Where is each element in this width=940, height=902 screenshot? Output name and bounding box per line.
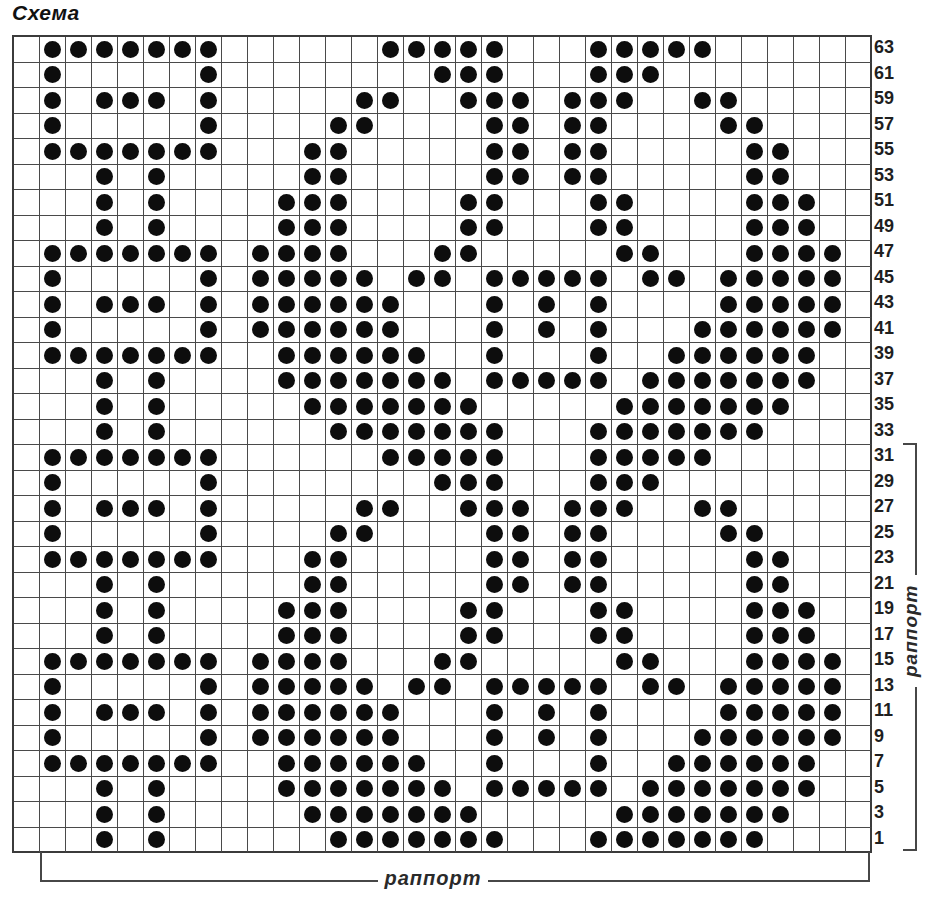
grid-cell [794, 292, 820, 318]
grid-cell [170, 165, 196, 191]
grid-cell [612, 241, 638, 267]
grid-cell [170, 471, 196, 497]
grid-cell [248, 37, 274, 63]
stitch-dot [382, 704, 399, 721]
stitch-dot [642, 245, 659, 262]
grid-cell [300, 241, 326, 267]
stitch-dot [70, 347, 87, 364]
grid-cell [274, 471, 300, 497]
stitch-dot [70, 755, 87, 772]
grid-cell [144, 267, 170, 293]
stitch-dot [304, 347, 321, 364]
grid-cell [716, 318, 742, 344]
grid-cell [300, 88, 326, 114]
grid-cell [768, 267, 794, 293]
stitch-dot [278, 372, 295, 389]
stitch-dot [486, 576, 503, 593]
grid-cell [508, 114, 534, 140]
grid-cell [170, 726, 196, 752]
stitch-dot [122, 296, 139, 313]
stitch-dot [564, 576, 581, 593]
stitch-dot [798, 321, 815, 338]
stitch-dot [746, 117, 763, 134]
grid-cell [794, 88, 820, 114]
grid-cell [378, 547, 404, 573]
grid-cell [144, 700, 170, 726]
grid-cell [690, 445, 716, 471]
stitch-dot [434, 780, 451, 797]
row-number-label: 51 [874, 188, 914, 214]
stitch-dot [486, 270, 503, 287]
stitch-dot [408, 780, 425, 797]
stitch-dot [200, 755, 217, 772]
grid-cell [118, 777, 144, 803]
grid-cell [404, 624, 430, 650]
stitch-dot [330, 780, 347, 797]
grid-cell [534, 292, 560, 318]
grid-cell [456, 573, 482, 599]
stitch-dot [486, 321, 503, 338]
stitch-dot [434, 41, 451, 58]
grid-cell [274, 216, 300, 242]
stitch-dot [616, 219, 633, 236]
stitch-dot [824, 678, 841, 695]
stitch-dot [278, 321, 295, 338]
grid-cell [534, 241, 560, 267]
stitch-dot [720, 92, 737, 109]
grid-cell [404, 343, 430, 369]
knitting-chart-page: Схема 6361595755535149474543413937353331… [0, 0, 940, 902]
grid-cell [326, 369, 352, 395]
grid-cell [716, 165, 742, 191]
stitch-dot [70, 551, 87, 568]
grid-cell [794, 139, 820, 165]
grid-cell [664, 216, 690, 242]
stitch-dot [772, 245, 789, 262]
grid-cell [768, 598, 794, 624]
stitch-dot [590, 41, 607, 58]
stitch-dot [746, 270, 763, 287]
grid-cell [326, 420, 352, 446]
grid-cell [638, 496, 664, 522]
grid-cell [170, 547, 196, 573]
grid-cell [170, 675, 196, 701]
grid-cell [846, 165, 872, 191]
grid-cell [66, 216, 92, 242]
grid-cell [690, 369, 716, 395]
grid-cell [430, 318, 456, 344]
grid-cell [196, 700, 222, 726]
grid-cell [274, 343, 300, 369]
grid-cell [66, 343, 92, 369]
grid-cell [794, 624, 820, 650]
stitch-dot [330, 117, 347, 134]
grid-cell [742, 139, 768, 165]
grid-cell [170, 139, 196, 165]
stitch-dot [486, 347, 503, 364]
grid-cell [664, 777, 690, 803]
grid-cell [508, 802, 534, 828]
stitch-dot [720, 729, 737, 746]
grid-cell [846, 496, 872, 522]
stitch-dot [694, 729, 711, 746]
grid-cell [846, 241, 872, 267]
grid-cell [664, 675, 690, 701]
grid-cell [92, 37, 118, 63]
stitch-dot [694, 831, 711, 848]
grid-cell [144, 216, 170, 242]
stitch-dot [616, 66, 633, 83]
stitch-dot [720, 500, 737, 517]
grid-cell [560, 598, 586, 624]
grid-cell [40, 726, 66, 752]
stitch-dot [122, 449, 139, 466]
grid-cell [378, 445, 404, 471]
grid-cell [300, 471, 326, 497]
grid-cell [404, 114, 430, 140]
grid-cell [482, 63, 508, 89]
grid-cell [716, 343, 742, 369]
grid-cell [300, 267, 326, 293]
grid-cell [14, 675, 40, 701]
grid-cell [586, 598, 612, 624]
grid-cell [66, 165, 92, 191]
grid-cell [248, 522, 274, 548]
grid-cell [612, 369, 638, 395]
grid-cell [300, 726, 326, 752]
stitch-dot [382, 398, 399, 415]
grid-cell [456, 471, 482, 497]
grid-cell [742, 241, 768, 267]
stitch-dot [486, 449, 503, 466]
stitch-dot [460, 806, 477, 823]
grid-cell [378, 802, 404, 828]
grid-cell [196, 420, 222, 446]
stitch-dot [694, 41, 711, 58]
grid-cell [638, 190, 664, 216]
grid-cell [40, 318, 66, 344]
grid-cell [300, 496, 326, 522]
grid-cell [196, 496, 222, 522]
grid-cell [456, 63, 482, 89]
stitch-dot [486, 500, 503, 517]
stitch-dot [148, 41, 165, 58]
stitch-dot [330, 398, 347, 415]
grid-cell [456, 777, 482, 803]
stitch-dot [460, 194, 477, 211]
stitch-dot [148, 576, 165, 593]
grid-cell [196, 471, 222, 497]
grid-cell [14, 165, 40, 191]
stitch-dot [96, 347, 113, 364]
grid-cell [430, 292, 456, 318]
stitch-dot [668, 806, 685, 823]
grid-cell [456, 190, 482, 216]
grid-cell [40, 114, 66, 140]
grid-cell [14, 343, 40, 369]
stitch-dot [512, 551, 529, 568]
grid-cell [820, 496, 846, 522]
grid-cell [820, 343, 846, 369]
grid-cell [508, 369, 534, 395]
stitch-dot [278, 194, 295, 211]
horizontal-repeat-bracket-left-tick [40, 852, 42, 882]
stitch-dot [304, 576, 321, 593]
grid-cell [222, 420, 248, 446]
stitch-dot [174, 245, 191, 262]
stitch-dot [44, 66, 61, 83]
grid-cell [482, 624, 508, 650]
stitch-dot [330, 525, 347, 542]
stitch-dot [460, 500, 477, 517]
grid-cell [456, 267, 482, 293]
grid-cell [118, 649, 144, 675]
grid-cell [170, 292, 196, 318]
grid-cell [846, 624, 872, 650]
grid-cell [274, 420, 300, 446]
grid-cell [716, 216, 742, 242]
grid-cell [664, 496, 690, 522]
stitch-dot [512, 372, 529, 389]
stitch-dot [278, 296, 295, 313]
stitch-dot [642, 653, 659, 670]
grid-cell [40, 190, 66, 216]
stitch-dot [356, 117, 373, 134]
grid-cell [560, 802, 586, 828]
grid-cell [404, 165, 430, 191]
stitch-dot [96, 653, 113, 670]
grid-cell [248, 471, 274, 497]
grid-cell [222, 522, 248, 548]
grid-cell [612, 37, 638, 63]
grid-cell [40, 598, 66, 624]
stitch-dot [746, 398, 763, 415]
grid-cell [768, 649, 794, 675]
grid-cell [508, 700, 534, 726]
stitch-dot [122, 653, 139, 670]
grid-cell [690, 675, 716, 701]
grid-cell [846, 190, 872, 216]
stitch-dot [720, 806, 737, 823]
grid-cell [14, 114, 40, 140]
grid-cell [222, 726, 248, 752]
grid-cell [482, 139, 508, 165]
stitch-dot [252, 296, 269, 313]
grid-cell [352, 777, 378, 803]
grid-cell [378, 649, 404, 675]
grid-cell [378, 726, 404, 752]
grid-cell [118, 828, 144, 854]
grid-cell [846, 649, 872, 675]
grid-cell [586, 802, 612, 828]
grid-cell [248, 777, 274, 803]
grid-cell [326, 751, 352, 777]
grid-cell [248, 726, 274, 752]
grid-cell [222, 318, 248, 344]
stitch-dot [148, 92, 165, 109]
stitch-dot [356, 321, 373, 338]
grid-cell [430, 63, 456, 89]
stitch-dot [486, 423, 503, 440]
stitch-dot [486, 117, 503, 134]
grid-cell [638, 522, 664, 548]
grid-cell [196, 241, 222, 267]
grid-cell [482, 216, 508, 242]
grid-cell [716, 241, 742, 267]
grid-cell [768, 394, 794, 420]
grid-cell [144, 777, 170, 803]
grid-cell [664, 369, 690, 395]
grid-cell [612, 649, 638, 675]
grid-cell [300, 828, 326, 854]
grid-cell [716, 598, 742, 624]
grid-cell [378, 420, 404, 446]
stitch-dot [408, 41, 425, 58]
stitch-dot [382, 423, 399, 440]
stitch-dot [148, 551, 165, 568]
grid-cell [40, 547, 66, 573]
grid-cell [716, 777, 742, 803]
stitch-dot [486, 92, 503, 109]
stitch-dot [330, 576, 347, 593]
grid-cell [170, 216, 196, 242]
stitch-dot [408, 398, 425, 415]
grid-cell [768, 802, 794, 828]
grid-cell [586, 700, 612, 726]
stitch-dot [304, 398, 321, 415]
stitch-dot [44, 704, 61, 721]
stitch-dot [148, 423, 165, 440]
stitch-dot [330, 347, 347, 364]
grid-cell [794, 63, 820, 89]
grid-cell [196, 445, 222, 471]
grid-cell [378, 828, 404, 854]
stitch-dot [824, 653, 841, 670]
grid-cell [664, 828, 690, 854]
grid-cell [742, 598, 768, 624]
grid-cell [170, 394, 196, 420]
grid-cell [742, 114, 768, 140]
grid-cell [274, 318, 300, 344]
stitch-dot [304, 194, 321, 211]
grid-cell [742, 37, 768, 63]
stitch-dot [44, 41, 61, 58]
stitch-dot [200, 245, 217, 262]
grid-cell [196, 828, 222, 854]
stitch-dot [252, 321, 269, 338]
grid-cell [820, 369, 846, 395]
grid-cell [14, 777, 40, 803]
grid-cell [196, 343, 222, 369]
grid-cell [300, 522, 326, 548]
grid-cell [274, 267, 300, 293]
grid-cell [560, 190, 586, 216]
stitch-dot [798, 602, 815, 619]
grid-cell [586, 267, 612, 293]
grid-cell [638, 63, 664, 89]
grid-cell [118, 522, 144, 548]
vertical-repeat-label: раппорт [900, 576, 922, 686]
grid-cell [638, 241, 664, 267]
grid-cell [560, 37, 586, 63]
grid-cell [586, 88, 612, 114]
stitch-dot [512, 168, 529, 185]
grid-cell [560, 547, 586, 573]
stitch-dot [434, 398, 451, 415]
grid-cell [404, 496, 430, 522]
grid-cell [144, 547, 170, 573]
stitch-dot [642, 806, 659, 823]
stitch-dot [668, 678, 685, 695]
grid-cell [456, 445, 482, 471]
row-number-label: 59 [874, 86, 914, 112]
grid-cell [716, 573, 742, 599]
grid-cell [820, 318, 846, 344]
grid-cell [508, 216, 534, 242]
grid-cell [820, 700, 846, 726]
grid-cell [196, 292, 222, 318]
grid-cell [66, 139, 92, 165]
stitch-dot [200, 270, 217, 287]
grid-cell [196, 547, 222, 573]
grid-cell [638, 37, 664, 63]
grid-cell [326, 241, 352, 267]
stitch-dot [694, 398, 711, 415]
grid-cell [456, 802, 482, 828]
stitch-dot [694, 372, 711, 389]
grid-cell [352, 88, 378, 114]
stitch-dot [304, 296, 321, 313]
grid-cell [820, 828, 846, 854]
grid-cell [508, 241, 534, 267]
stitch-dot [408, 831, 425, 848]
grid-cell [274, 88, 300, 114]
grid-cell [378, 292, 404, 318]
grid-cell [560, 700, 586, 726]
grid-cell [92, 624, 118, 650]
stitch-dot [486, 755, 503, 772]
grid-cell [248, 573, 274, 599]
grid-cell [378, 139, 404, 165]
grid-cell [430, 496, 456, 522]
grid-cell [508, 63, 534, 89]
grid-cell [612, 318, 638, 344]
stitch-dot [356, 780, 373, 797]
stitch-dot [44, 729, 61, 746]
stitch-dot [330, 806, 347, 823]
grid-cell [248, 802, 274, 828]
grid-cell [482, 649, 508, 675]
stitch-dot [512, 525, 529, 542]
stitch-dot [330, 602, 347, 619]
stitch-dot [330, 372, 347, 389]
stitch-dot [96, 831, 113, 848]
stitch-dot [122, 500, 139, 517]
stitch-dot [382, 92, 399, 109]
stitch-dot [304, 755, 321, 772]
grid-cell [586, 522, 612, 548]
grid-cell [14, 802, 40, 828]
grid-cell [40, 88, 66, 114]
stitch-dot [200, 678, 217, 695]
grid-cell [222, 343, 248, 369]
grid-cell [508, 675, 534, 701]
grid-cell [66, 445, 92, 471]
grid-cell [352, 267, 378, 293]
stitch-dot [96, 372, 113, 389]
grid-cell [300, 343, 326, 369]
stitch-dot [434, 66, 451, 83]
